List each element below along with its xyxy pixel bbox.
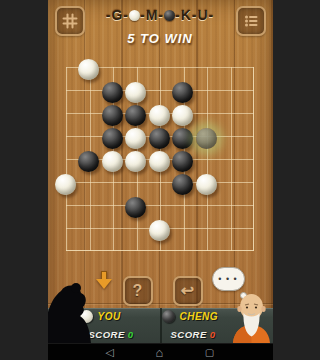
white-stone xyxy=(149,151,170,172)
board-cell[interactable] xyxy=(148,125,172,148)
title-white-stone-icon xyxy=(129,10,140,21)
black-stone xyxy=(125,105,146,126)
board-cell[interactable] xyxy=(77,240,101,263)
board-cell[interactable] xyxy=(195,171,219,194)
board-cell[interactable] xyxy=(218,148,242,171)
board-cell[interactable] xyxy=(101,102,125,125)
board-cell[interactable] xyxy=(242,56,266,79)
nav-back-icon[interactable]: ◁ xyxy=(100,344,120,360)
board-cell[interactable] xyxy=(124,240,148,263)
board-cell[interactable] xyxy=(242,125,266,148)
board-cell[interactable] xyxy=(124,194,148,217)
board-cell[interactable] xyxy=(77,194,101,217)
board-cell[interactable] xyxy=(101,217,125,240)
board-cell[interactable] xyxy=(77,217,101,240)
board-cell[interactable] xyxy=(242,194,266,217)
board-cell[interactable] xyxy=(195,148,219,171)
white-stone xyxy=(55,174,76,195)
board-cell[interactable] xyxy=(242,240,266,263)
white-stone xyxy=(125,128,146,149)
black-stone xyxy=(172,128,193,149)
board-cell[interactable] xyxy=(242,171,266,194)
question-mark-icon: ? xyxy=(133,282,143,300)
board-cell[interactable] xyxy=(124,102,148,125)
opponent-monk-avatar xyxy=(229,292,273,343)
gomoku-board xyxy=(54,56,266,263)
white-stone xyxy=(78,59,99,80)
player-left-score-label: SCORE xyxy=(89,329,125,340)
board-cell[interactable] xyxy=(148,79,172,102)
android-navbar: ◁ ⌂ ▢ xyxy=(48,343,273,360)
undo-arrow-icon: ↩ xyxy=(181,283,194,299)
thinking-bubble: • • • xyxy=(212,267,245,291)
board-cell[interactable] xyxy=(54,240,78,263)
player-right-name: CHENG xyxy=(180,311,219,322)
thinking-dots: • • • xyxy=(218,275,237,284)
board-cell[interactable] xyxy=(242,217,266,240)
board-cell[interactable] xyxy=(148,240,172,263)
board-cell[interactable] xyxy=(171,240,195,263)
black-stone xyxy=(149,128,170,149)
board-cell[interactable] xyxy=(101,56,125,79)
win-condition-label: 5 TO WIN xyxy=(48,31,273,46)
board-cell[interactable] xyxy=(171,171,195,194)
board-cell[interactable] xyxy=(54,102,78,125)
nav-home-icon[interactable]: ⌂ xyxy=(150,344,170,360)
board-grid xyxy=(54,56,266,263)
board-cell[interactable] xyxy=(195,240,219,263)
board-cell[interactable] xyxy=(54,125,78,148)
board-cell[interactable] xyxy=(171,56,195,79)
black-stone xyxy=(172,82,193,103)
board-cell[interactable] xyxy=(171,125,195,148)
player-left-score-value: 0 xyxy=(128,329,134,340)
board-cell[interactable] xyxy=(124,171,148,194)
black-stone xyxy=(102,82,123,103)
black-stone xyxy=(78,151,99,172)
board-cell[interactable] xyxy=(77,148,101,171)
board-cell[interactable] xyxy=(77,125,101,148)
board-cell[interactable] xyxy=(171,148,195,171)
black-stone xyxy=(125,197,146,218)
board-cell[interactable] xyxy=(54,148,78,171)
board-cell[interactable] xyxy=(54,79,78,102)
white-stone xyxy=(172,105,193,126)
board-cell[interactable] xyxy=(171,217,195,240)
board-cell[interactable] xyxy=(101,79,125,102)
board-cell[interactable] xyxy=(195,194,219,217)
board-cell[interactable] xyxy=(218,194,242,217)
board-cell[interactable] xyxy=(195,102,219,125)
nav-recents-icon[interactable]: ▢ xyxy=(200,344,220,360)
board-cell[interactable] xyxy=(218,125,242,148)
board-cell[interactable] xyxy=(54,171,78,194)
help-button[interactable]: ? xyxy=(123,276,153,306)
player-silhouette-avatar xyxy=(48,282,92,344)
app-screen: -G--M--K-U- 5 TO WIN ? ↩ • • • YOU SCORE… xyxy=(48,0,273,360)
board-cell[interactable] xyxy=(148,148,172,171)
board-cell[interactable] xyxy=(148,102,172,125)
board-cell[interactable] xyxy=(54,194,78,217)
title-black-stone-icon xyxy=(164,10,175,21)
board-cell[interactable] xyxy=(77,171,101,194)
app-title: -G--M--K-U- xyxy=(48,7,273,24)
board-cell[interactable] xyxy=(195,125,219,148)
board-cell[interactable] xyxy=(195,56,219,79)
black-stone xyxy=(102,105,123,126)
board-cell[interactable] xyxy=(101,125,125,148)
board-cell[interactable] xyxy=(171,194,195,217)
white-stone xyxy=(149,105,170,126)
board-cell[interactable] xyxy=(148,56,172,79)
board-cell[interactable] xyxy=(124,56,148,79)
white-stone xyxy=(125,82,146,103)
board-cell[interactable] xyxy=(124,217,148,240)
player-right-score-value: 0 xyxy=(210,329,216,340)
board-cell[interactable] xyxy=(77,56,101,79)
board-cell[interactable] xyxy=(124,125,148,148)
black-stone xyxy=(172,151,193,172)
board-cell[interactable] xyxy=(54,217,78,240)
board-cell[interactable] xyxy=(218,102,242,125)
player-left-name: YOU xyxy=(98,311,121,322)
board-cell[interactable] xyxy=(124,148,148,171)
board-cell[interactable] xyxy=(195,79,219,102)
highlighted-ghost-stone xyxy=(196,128,217,149)
board-cell[interactable] xyxy=(148,171,172,194)
board-cell[interactable] xyxy=(77,79,101,102)
turn-indicator-arrow-icon xyxy=(96,271,112,289)
board-cell[interactable] xyxy=(171,102,195,125)
board-cell[interactable] xyxy=(101,194,125,217)
board-cell[interactable] xyxy=(218,171,242,194)
board-cell[interactable] xyxy=(218,217,242,240)
board-cell[interactable] xyxy=(101,240,125,263)
board-cell[interactable] xyxy=(242,102,266,125)
board-cell[interactable] xyxy=(242,148,266,171)
board-cell[interactable] xyxy=(195,217,219,240)
undo-button[interactable]: ↩ xyxy=(173,276,203,306)
board-cell[interactable] xyxy=(218,56,242,79)
white-stone xyxy=(149,220,170,241)
white-stone xyxy=(196,174,217,195)
board-cell[interactable] xyxy=(101,171,125,194)
player-right-black-stone-icon xyxy=(162,310,175,323)
black-stone xyxy=(172,174,193,195)
board-cell[interactable] xyxy=(124,79,148,102)
board-cell[interactable] xyxy=(218,79,242,102)
board-cell[interactable] xyxy=(148,217,172,240)
player-right-info: CHENG SCORE0 xyxy=(162,310,219,340)
board-cell[interactable] xyxy=(101,148,125,171)
board-cell[interactable] xyxy=(54,56,78,79)
white-stone xyxy=(125,151,146,172)
board-cell[interactable] xyxy=(218,240,242,263)
board-cell[interactable] xyxy=(171,79,195,102)
board-cell[interactable] xyxy=(77,102,101,125)
board-cell[interactable] xyxy=(242,79,266,102)
black-stone xyxy=(102,128,123,149)
board-cell[interactable] xyxy=(148,194,172,217)
white-stone xyxy=(102,151,123,172)
player-right-score-label: SCORE xyxy=(171,329,207,340)
